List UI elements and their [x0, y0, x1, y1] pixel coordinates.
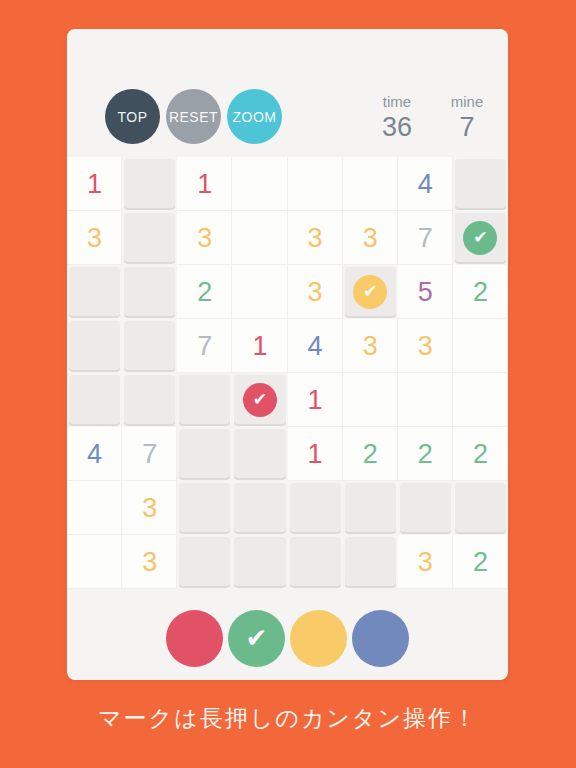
marker-palette: ✔: [67, 610, 508, 667]
cell-r8c3[interactable]: [177, 535, 232, 589]
cell-number: 3: [363, 333, 378, 360]
closed-tile: [234, 537, 285, 586]
cell-r7c2[interactable]: 3: [122, 481, 177, 535]
cell-r4c1[interactable]: [67, 319, 122, 373]
cell-r8c1[interactable]: [67, 535, 122, 589]
cell-number: 3: [418, 549, 433, 576]
reset-button[interactable]: RESET: [166, 89, 221, 144]
cell-r8c8[interactable]: 2: [453, 535, 508, 589]
cell-number: 1: [197, 171, 212, 198]
cell-r2c1[interactable]: 3: [67, 211, 122, 265]
cell-r7c7[interactable]: [398, 481, 453, 535]
cell-r8c4[interactable]: [232, 535, 287, 589]
cell-r7c3[interactable]: [177, 481, 232, 535]
cell-r2c4[interactable]: [232, 211, 287, 265]
time-value: 36: [362, 112, 432, 142]
closed-tile: [179, 483, 230, 532]
closed-tile: [400, 483, 451, 532]
closed-tile: ✔: [455, 213, 506, 262]
toolbar: TOP RESET ZOOM: [105, 89, 282, 144]
closed-tile: [179, 429, 230, 478]
closed-tile: [290, 537, 341, 586]
green-check-icon: ✔: [463, 221, 497, 255]
cell-r5c5[interactable]: 1: [288, 373, 343, 427]
cell-number: 5: [418, 279, 433, 306]
closed-tile: [124, 321, 175, 370]
cell-r2c7[interactable]: 7: [398, 211, 453, 265]
cell-number: 3: [363, 225, 378, 252]
cell-number: 2: [363, 441, 378, 468]
marker-yellow-button[interactable]: [290, 610, 347, 667]
mine-label: mine: [432, 93, 502, 110]
cell-r2c2[interactable]: [122, 211, 177, 265]
closed-tile: [234, 429, 285, 478]
cell-r8c5[interactable]: [288, 535, 343, 589]
cell-r7c1[interactable]: [67, 481, 122, 535]
time-label: time: [362, 93, 432, 110]
cell-number: 1: [308, 441, 323, 468]
cell-r1c4[interactable]: [232, 157, 287, 211]
cell-r1c8[interactable]: [453, 157, 508, 211]
cell-r4c6[interactable]: 3: [343, 319, 398, 373]
mine-counter-value: 7: [432, 112, 502, 142]
closed-tile: [345, 537, 396, 586]
cell-r4c5[interactable]: 4: [288, 319, 343, 373]
cell-r3c7[interactable]: 5: [398, 265, 453, 319]
closed-tile: [234, 483, 285, 532]
cell-r5c3[interactable]: [177, 373, 232, 427]
cell-r2c5[interactable]: 3: [288, 211, 343, 265]
cell-r6c2[interactable]: 7: [122, 427, 177, 481]
cell-r3c2[interactable]: [122, 265, 177, 319]
marker-red-button[interactable]: [166, 610, 223, 667]
cell-r6c6[interactable]: 2: [343, 427, 398, 481]
cell-r6c5[interactable]: 1: [288, 427, 343, 481]
cell-r4c7[interactable]: 3: [398, 319, 453, 373]
cell-r1c6[interactable]: [343, 157, 398, 211]
cell-r8c2[interactable]: 3: [122, 535, 177, 589]
cell-number: 3: [308, 225, 323, 252]
cell-number: 7: [197, 333, 212, 360]
closed-tile: [69, 375, 120, 424]
cell-r2c8[interactable]: ✔: [453, 211, 508, 265]
cell-number: 2: [473, 549, 488, 576]
cell-r5c2[interactable]: [122, 373, 177, 427]
cell-r8c6[interactable]: [343, 535, 398, 589]
cell-r1c1[interactable]: 1: [67, 157, 122, 211]
cell-number: 1: [252, 333, 267, 360]
cell-r7c8[interactable]: [453, 481, 508, 535]
cell-number: 7: [142, 441, 157, 468]
zoom-button[interactable]: ZOOM: [227, 89, 282, 144]
game-card: TOP RESET ZOOM time 36 mine 7 11433337✔2…: [67, 29, 508, 680]
cell-r2c3[interactable]: 3: [177, 211, 232, 265]
cell-number: 7: [418, 225, 433, 252]
closed-tile: ✔: [345, 267, 396, 316]
cell-number: 4: [87, 441, 102, 468]
cell-r3c3[interactable]: 2: [177, 265, 232, 319]
closed-tile: [124, 213, 175, 262]
cell-number: 3: [197, 225, 212, 252]
cell-r6c7[interactable]: 2: [398, 427, 453, 481]
cell-r3c5[interactable]: 3: [288, 265, 343, 319]
cell-number: 4: [418, 171, 433, 198]
cell-r3c4[interactable]: [232, 265, 287, 319]
minesweeper-board: 11433337✔23✔5271433✔14712223332: [67, 157, 508, 589]
cell-r7c5[interactable]: [288, 481, 343, 535]
cell-number: 2: [473, 441, 488, 468]
cell-r1c2[interactable]: [122, 157, 177, 211]
cell-r4c8[interactable]: [453, 319, 508, 373]
cell-r7c6[interactable]: [343, 481, 398, 535]
time-stat: time 36: [362, 93, 432, 142]
cell-number: 2: [197, 279, 212, 306]
yellow-check-icon: ✔: [353, 275, 387, 309]
closed-tile: [345, 483, 396, 532]
cell-r3c1[interactable]: [67, 265, 122, 319]
cell-r4c2[interactable]: [122, 319, 177, 373]
closed-tile: [179, 537, 230, 586]
cell-r5c8[interactable]: [453, 373, 508, 427]
cell-r6c1[interactable]: 4: [67, 427, 122, 481]
closed-tile: [124, 159, 175, 208]
closed-tile: [69, 321, 120, 370]
cell-r7c4[interactable]: [232, 481, 287, 535]
cell-r4c3[interactable]: 7: [177, 319, 232, 373]
check-icon: ✔: [246, 623, 268, 654]
cell-number: 3: [308, 279, 323, 306]
closed-tile: [69, 267, 120, 316]
top-button[interactable]: TOP: [105, 89, 160, 144]
cell-number: 3: [418, 333, 433, 360]
cell-number: 1: [308, 387, 323, 414]
cell-number: 1: [87, 171, 102, 198]
cell-r2c6[interactable]: 3: [343, 211, 398, 265]
cell-number: 2: [418, 441, 433, 468]
closed-tile: [290, 483, 341, 532]
cell-r5c6[interactable]: [343, 373, 398, 427]
cell-number: 3: [142, 549, 157, 576]
cell-r1c5[interactable]: [288, 157, 343, 211]
red-check-icon: ✔: [243, 383, 277, 417]
stats-panel: time 36 mine 7: [362, 93, 502, 142]
cell-r5c1[interactable]: [67, 373, 122, 427]
closed-tile: [455, 483, 506, 532]
cell-r6c8[interactable]: 2: [453, 427, 508, 481]
closed-tile: ✔: [234, 375, 285, 424]
mine-stat: mine 7: [432, 93, 502, 142]
closed-tile: [124, 375, 175, 424]
closed-tile: [179, 375, 230, 424]
cell-r6c3[interactable]: [177, 427, 232, 481]
marker-green-button[interactable]: ✔: [228, 610, 285, 667]
marker-blue-button[interactable]: [352, 610, 409, 667]
cell-r8c7[interactable]: 3: [398, 535, 453, 589]
cell-number: 3: [87, 225, 102, 252]
closed-tile: [124, 267, 175, 316]
cell-number: 4: [308, 333, 323, 360]
cell-r3c8[interactable]: 2: [453, 265, 508, 319]
cell-r3c6[interactable]: ✔: [343, 265, 398, 319]
cell-number: 3: [142, 495, 157, 522]
cell-r5c4[interactable]: ✔: [232, 373, 287, 427]
footer-hint: マークは長押しのカンタン操作！: [0, 703, 576, 734]
closed-tile: [455, 159, 506, 208]
cell-r6c4[interactable]: [232, 427, 287, 481]
cell-r4c4[interactable]: 1: [232, 319, 287, 373]
cell-r1c3[interactable]: 1: [177, 157, 232, 211]
cell-r5c7[interactable]: [398, 373, 453, 427]
cell-number: 2: [473, 279, 488, 306]
cell-r1c7[interactable]: 4: [398, 157, 453, 211]
